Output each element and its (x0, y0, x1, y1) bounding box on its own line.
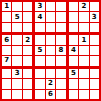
sudoku-cell-r8c9[interactable] (90, 79, 99, 88)
sudoku-cell-r3c2[interactable] (12, 23, 21, 32)
sudoku-cell-r7c4[interactable] (35, 69, 44, 78)
sudoku-cell-r5c4[interactable]: 5 (35, 46, 44, 55)
sudoku-cell-r4c2[interactable] (12, 35, 21, 44)
sudoku-box-2: 3 4 (35, 2, 65, 32)
sudoku-cell-r8c8[interactable] (79, 79, 88, 88)
sudoku-cell-r4c4[interactable] (35, 35, 44, 44)
sudoku-cell-r6c3[interactable] (23, 56, 32, 65)
sudoku-box-7: 3 (2, 69, 32, 99)
sudoku-cell-r4c1[interactable]: 6 (2, 35, 11, 44)
sudoku-cell-r1c9[interactable] (90, 2, 99, 11)
sudoku-cell-r9c9[interactable] (90, 90, 99, 99)
sudoku-cell-r3c4[interactable] (35, 23, 44, 32)
sudoku-cell-r3c1[interactable] (2, 23, 11, 32)
sudoku-cell-r1c7[interactable] (69, 2, 78, 11)
sudoku-cell-r7c5[interactable] (46, 69, 55, 78)
sudoku-cell-r4c3[interactable]: 2 (23, 35, 32, 44)
sudoku-cell-r1c5[interactable] (46, 2, 55, 11)
sudoku-cell-r6c5[interactable] (46, 56, 55, 65)
sudoku-cell-r8c7[interactable] (69, 79, 78, 88)
sudoku-box-8: 2 6 (35, 69, 65, 99)
sudoku-cell-r3c7[interactable] (69, 23, 78, 32)
sudoku-cell-r1c3[interactable] (23, 2, 32, 11)
sudoku-cell-r1c1[interactable]: 1 (2, 2, 11, 11)
sudoku-cell-r5c8[interactable] (79, 46, 88, 55)
sudoku-cell-r6c1[interactable]: 7 (2, 56, 11, 65)
sudoku-cell-r2c2[interactable]: 5 (12, 12, 21, 21)
sudoku-cell-r5c7[interactable]: 4 (69, 46, 78, 55)
sudoku-cell-r5c2[interactable] (12, 46, 21, 55)
sudoku-cell-r3c3[interactable] (23, 23, 32, 32)
sudoku-cell-r9c4[interactable] (35, 90, 44, 99)
sudoku-cell-r6c8[interactable] (79, 56, 88, 65)
sudoku-cell-r9c1[interactable] (2, 90, 11, 99)
sudoku-cell-r9c3[interactable] (23, 90, 32, 99)
sudoku-cell-r7c7[interactable]: 5 (69, 69, 78, 78)
sudoku-cell-r3c5[interactable] (46, 23, 55, 32)
sudoku-cell-r8c5[interactable]: 2 (46, 79, 55, 88)
sudoku-cell-r1c8[interactable]: 2 (79, 2, 88, 11)
sudoku-box-6: 1 4 (69, 35, 99, 65)
sudoku-cell-r2c9[interactable]: 3 (90, 12, 99, 21)
sudoku-cell-r7c8[interactable] (79, 69, 88, 78)
sudoku-cell-r6c6[interactable] (56, 56, 65, 65)
sudoku-cell-r4c7[interactable] (69, 35, 78, 44)
sudoku-cell-r2c5[interactable] (46, 12, 55, 21)
sudoku-cell-r7c9[interactable] (90, 69, 99, 78)
sudoku-cell-r6c9[interactable] (90, 56, 99, 65)
sudoku-cell-r2c8[interactable] (79, 12, 88, 21)
sudoku-cell-r8c6[interactable] (56, 79, 65, 88)
sudoku-cell-r4c5[interactable] (46, 35, 55, 44)
sudoku-board: 1 5 3 4 2 3 6 2 7 5 8 1 4 3 2 6 5 (0, 0, 101, 101)
sudoku-cell-r8c3[interactable] (23, 79, 32, 88)
sudoku-cell-r7c1[interactable] (2, 69, 11, 78)
sudoku-cell-r3c8[interactable] (79, 23, 88, 32)
sudoku-cell-r8c4[interactable] (35, 79, 44, 88)
sudoku-cell-r9c7[interactable] (69, 90, 78, 99)
sudoku-cell-r4c6[interactable] (56, 35, 65, 44)
sudoku-cell-r6c4[interactable] (35, 56, 44, 65)
sudoku-box-4: 6 2 7 (2, 35, 32, 65)
sudoku-cell-r5c1[interactable] (2, 46, 11, 55)
sudoku-box-1: 1 5 (2, 2, 32, 32)
sudoku-cell-r7c2[interactable]: 3 (12, 69, 21, 78)
sudoku-box-9: 5 (69, 69, 99, 99)
sudoku-cell-r4c8[interactable]: 1 (79, 35, 88, 44)
sudoku-cell-r8c2[interactable] (12, 79, 21, 88)
sudoku-cell-r5c9[interactable] (90, 46, 99, 55)
sudoku-cell-r7c3[interactable] (23, 69, 32, 78)
sudoku-cell-r2c7[interactable] (69, 12, 78, 21)
sudoku-cell-r4c9[interactable] (90, 35, 99, 44)
sudoku-cell-r2c3[interactable] (23, 12, 32, 21)
sudoku-cell-r7c6[interactable] (56, 69, 65, 78)
sudoku-cell-r2c1[interactable] (2, 12, 11, 21)
sudoku-cell-r9c6[interactable] (56, 90, 65, 99)
sudoku-cell-r2c4[interactable]: 4 (35, 12, 44, 21)
sudoku-cell-r2c6[interactable] (56, 12, 65, 21)
sudoku-cell-r5c3[interactable] (23, 46, 32, 55)
sudoku-cell-r5c6[interactable]: 8 (56, 46, 65, 55)
sudoku-cell-r3c9[interactable] (90, 23, 99, 32)
sudoku-cell-r5c5[interactable] (46, 46, 55, 55)
sudoku-cell-r6c2[interactable] (12, 56, 21, 65)
sudoku-box-5: 5 8 (35, 35, 65, 65)
sudoku-cell-r9c2[interactable] (12, 90, 21, 99)
sudoku-cell-r9c8[interactable] (79, 90, 88, 99)
sudoku-cell-r6c7[interactable] (69, 56, 78, 65)
sudoku-box-3: 2 3 (69, 2, 99, 32)
sudoku-cell-r8c1[interactable] (2, 79, 11, 88)
sudoku-cell-r9c5[interactable]: 6 (46, 90, 55, 99)
sudoku-cell-r3c6[interactable] (56, 23, 65, 32)
sudoku-cell-r1c6[interactable] (56, 2, 65, 11)
sudoku-cell-r1c4[interactable]: 3 (35, 2, 44, 11)
sudoku-cell-r1c2[interactable] (12, 2, 21, 11)
